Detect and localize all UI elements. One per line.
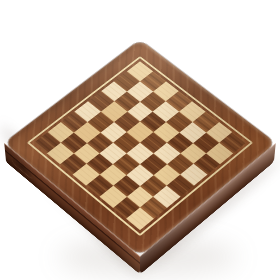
product-photo-stage: [0, 0, 280, 280]
chessboard-box: [4, 40, 276, 256]
board-top-face: [4, 40, 276, 256]
scene-3d: [0, 0, 280, 280]
